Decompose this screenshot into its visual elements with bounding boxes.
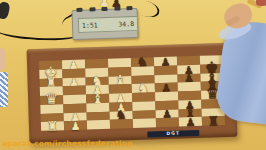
piece-bR[interactable]: ♜ [202,114,225,128]
video-frame: ♟ ♟ 1:51 34.8 ♟♞♟♚♟♚♜♟♞♝♟♝♟♞♟♜♛♝♟♛♟♟♟♞♟♝… [0,0,266,150]
background-object [0,1,11,20]
clock-right-time: 34.8 [118,19,134,28]
clock-display: 1:51 34.8 [78,16,138,33]
clock-left-time: 1:51 [82,21,98,30]
piece-bP[interactable]: ♟ [179,117,202,129]
clock-button[interactable] [114,6,120,10]
clock-button[interactable] [126,6,132,10]
clock-button[interactable] [76,8,82,12]
chess-clock[interactable]: 1:51 34.8 [71,8,138,40]
clock-buttons[interactable] [76,6,132,12]
square-h2[interactable]: ♟ [64,121,87,130]
opponent-hand [0,48,6,71]
board-grid[interactable]: ♟♞♟♚♟♚♜♟♞♝♟♝♟♞♟♜♛♝♟♛♟♟♟♞♟♝♜♟♟♜ [39,55,225,131]
opponent-sleeve [0,72,8,107]
piece-wR[interactable]: ♜ [41,119,64,133]
square-h1[interactable]: ♜ [41,121,64,130]
square-h4[interactable] [110,119,133,128]
clock-button[interactable] [101,7,107,11]
square-h3[interactable] [87,120,110,129]
background-person [256,0,266,6]
chess-board[interactable]: ♟♞♟♚♟♚♜♟♞♝♟♝♟♞♟♜♛♝♟♛♟♟♟♞♟♝♜♟♟♜ DGT [27,43,238,143]
square-h7[interactable]: ♟ [179,117,202,126]
square-h6[interactable] [156,118,179,127]
square-h8[interactable]: ♜ [202,116,225,125]
square-h5[interactable] [133,119,156,128]
watermark: aparat.com/irchessfederation [2,139,133,148]
board-brand-label: DGT [147,130,199,138]
piece-wP[interactable]: ♟ [64,120,87,132]
clock-button[interactable] [89,7,95,11]
